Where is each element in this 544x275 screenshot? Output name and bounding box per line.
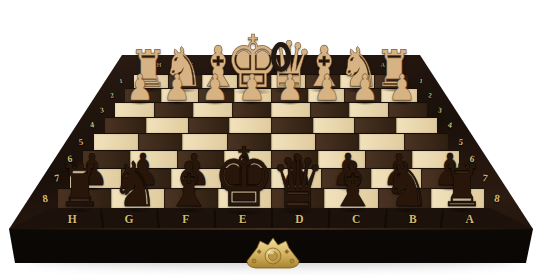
piece-black-rook-a8: ♜ <box>440 157 484 215</box>
brass-clasp-icon <box>243 236 303 274</box>
piece-white-pawn-g2: ♟ <box>164 70 191 106</box>
chess-set-photo: HGFEDCBAHGFEDCBA1122334455667788 ♜♞♝♛♚♝♞… <box>0 0 544 275</box>
piece-white-pawn-d2: ♟ <box>276 70 303 106</box>
piece-white-pawn-b2: ♟ <box>351 70 378 106</box>
piece-white-pawn-a2: ♟ <box>388 70 415 106</box>
piece-black-bishop-f8: ♝ <box>166 154 213 216</box>
piece-black-rook-h8: ♜ <box>58 157 102 215</box>
piece-white-pawn-f2: ♟ <box>201 70 228 106</box>
piece-black-queen-d8: ♛ <box>271 146 326 218</box>
piece-white-pawn-e2: ♟ <box>239 70 266 106</box>
piece-black-knight-g8: ♞ <box>111 154 158 216</box>
piece-white-pawn-h2: ♟ <box>126 70 153 106</box>
piece-black-knight-b8: ♞ <box>384 154 431 216</box>
clasp-hook-ring-icon <box>271 42 291 72</box>
piece-white-pawn-c2: ♟ <box>313 70 340 106</box>
chess-pieces: ♜♞♝♛♚♝♞♜♟♟♟♟♟♟♟♟♟♟♟♟♟♟♟♟♜♞♝♛♚♝♞♜ <box>0 0 544 275</box>
piece-black-bishop-c8: ♝ <box>329 154 376 216</box>
piece-black-king-e8: ♚ <box>213 137 275 219</box>
